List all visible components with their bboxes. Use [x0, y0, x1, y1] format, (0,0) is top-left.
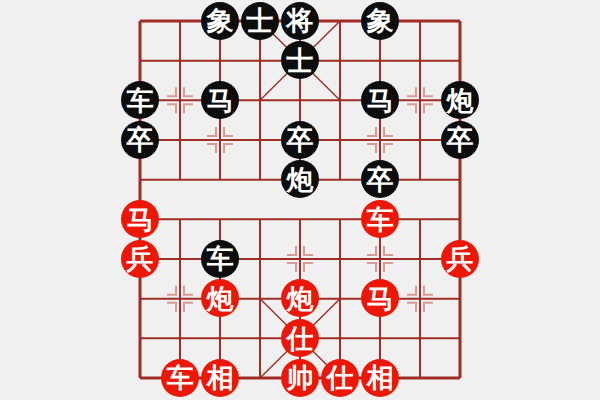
board-cell: 兵: [440, 239, 480, 279]
piece-black-chariot[interactable]: 车: [121, 81, 159, 119]
board-cell: 卒: [120, 120, 160, 160]
piece-black-soldier[interactable]: 卒: [281, 121, 319, 159]
piece-red-advisor[interactable]: 仕: [321, 359, 359, 397]
board-cell: 兵: [120, 239, 160, 279]
piece-black-general[interactable]: 将: [281, 2, 319, 40]
board-cell: 卒: [280, 120, 320, 160]
piece-black-soldier[interactable]: 卒: [121, 121, 159, 159]
board-cell: 炮: [200, 279, 240, 319]
board-cell: 相: [360, 358, 400, 398]
board-cell: 马: [120, 199, 160, 239]
piece-black-elephant[interactable]: 象: [361, 2, 399, 40]
board-cell: 炮: [440, 80, 480, 120]
piece-red-soldier[interactable]: 兵: [121, 240, 159, 278]
piece-black-advisor[interactable]: 士: [281, 41, 319, 79]
piece-black-soldier[interactable]: 卒: [361, 160, 399, 198]
board-cell: 帅: [280, 358, 320, 398]
board-cell: 马: [200, 80, 240, 120]
piece-red-cannon[interactable]: 炮: [281, 279, 319, 317]
piece-black-chariot[interactable]: 车: [201, 240, 239, 278]
board-cell: 车: [120, 80, 160, 120]
board-cell: 车: [200, 239, 240, 279]
piece-red-horse[interactable]: 马: [361, 279, 399, 317]
board-cell: 马: [360, 279, 400, 319]
board-cell: 炮: [280, 279, 320, 319]
board-cell: 将: [280, 1, 320, 41]
xiangqi-app: 象士将象士车马马炮卒卒卒炮卒车马车兵兵炮炮马仕车相帅仕相: [0, 0, 600, 400]
piece-black-elephant[interactable]: 象: [201, 2, 239, 40]
board-cell: 卒: [440, 120, 480, 160]
piece-black-advisor[interactable]: 士: [241, 2, 279, 40]
piece-black-horse[interactable]: 马: [201, 81, 239, 119]
piece-red-chariot[interactable]: 车: [161, 359, 199, 397]
piece-red-elephant[interactable]: 相: [361, 359, 399, 397]
piece-red-soldier[interactable]: 兵: [441, 240, 479, 278]
piece-black-soldier[interactable]: 卒: [441, 121, 479, 159]
board-cell: 士: [240, 1, 280, 41]
piece-red-elephant[interactable]: 相: [201, 359, 239, 397]
board-cell: 炮: [280, 160, 320, 200]
board-cell: 象: [360, 1, 400, 41]
board-cell: 仕: [320, 358, 360, 398]
board-cell: 仕: [280, 318, 320, 358]
piece-red-cannon[interactable]: 炮: [201, 279, 239, 317]
piece-red-chariot[interactable]: 车: [361, 200, 399, 238]
piece-black-horse[interactable]: 马: [361, 81, 399, 119]
piece-red-advisor[interactable]: 仕: [281, 319, 319, 357]
board-cell: 象: [200, 1, 240, 41]
board-cell: 卒: [360, 160, 400, 200]
board-cell: 车: [360, 199, 400, 239]
piece-black-cannon[interactable]: 炮: [441, 81, 479, 119]
xiangqi-board[interactable]: 象士将象士车马马炮卒卒卒炮卒车马车兵兵炮炮马仕车相帅仕相: [120, 1, 480, 398]
board-cell: 马: [360, 80, 400, 120]
piece-red-horse[interactable]: 马: [121, 200, 159, 238]
board-cell: 车: [160, 358, 200, 398]
piece-black-cannon[interactable]: 炮: [281, 160, 319, 198]
board-cell: 士: [280, 41, 320, 81]
piece-red-general[interactable]: 帅: [281, 359, 319, 397]
board-cell: 相: [200, 358, 240, 398]
